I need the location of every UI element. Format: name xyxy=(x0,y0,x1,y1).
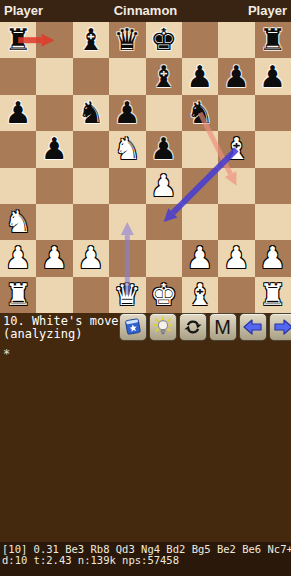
white-knight: ♞ xyxy=(114,131,141,167)
white-pawn: ♟ xyxy=(187,240,214,276)
black-pawn: ♟ xyxy=(114,95,141,131)
square-e5[interactable]: ♟ xyxy=(146,131,182,167)
square-b7[interactable] xyxy=(36,58,72,94)
engine-stats-line: d:10 t:2.43 n:139k nps:57458 xyxy=(2,554,179,566)
black-bishop: ♝ xyxy=(77,22,104,58)
black-player-name: Player xyxy=(248,0,287,22)
white-queen: ♛ xyxy=(114,277,141,313)
square-e1[interactable]: ♚ xyxy=(146,277,182,313)
square-b3[interactable] xyxy=(36,204,72,240)
square-d6[interactable]: ♟ xyxy=(109,95,145,131)
black-pawn: ♟ xyxy=(259,59,286,95)
square-h1[interactable]: ♜ xyxy=(255,277,291,313)
square-c8[interactable]: ♝ xyxy=(73,22,109,58)
square-f2[interactable]: ♟ xyxy=(182,240,218,276)
square-a7[interactable] xyxy=(0,58,36,94)
square-g4[interactable] xyxy=(218,168,254,204)
black-pawn: ♟ xyxy=(5,95,32,131)
black-knight: ♞ xyxy=(187,95,214,131)
square-g8[interactable] xyxy=(218,22,254,58)
white-player-name: Player xyxy=(4,0,43,22)
square-e3[interactable] xyxy=(146,204,182,240)
book-button[interactable] xyxy=(119,313,147,341)
white-pawn: ♟ xyxy=(41,240,68,276)
undo-button[interactable] xyxy=(239,313,267,341)
square-h7[interactable]: ♟ xyxy=(255,58,291,94)
square-c5[interactable] xyxy=(73,131,109,167)
square-f6[interactable]: ♞ xyxy=(182,95,218,131)
square-a2[interactable]: ♟ xyxy=(0,240,36,276)
square-h3[interactable] xyxy=(255,204,291,240)
square-f4[interactable] xyxy=(182,168,218,204)
square-d2[interactable] xyxy=(109,240,145,276)
square-c4[interactable] xyxy=(73,168,109,204)
engine-name: Cinnamon xyxy=(114,0,178,22)
square-d8[interactable]: ♛ xyxy=(109,22,145,58)
lightbulb-icon xyxy=(152,316,174,338)
square-e8[interactable]: ♚ xyxy=(146,22,182,58)
square-d4[interactable] xyxy=(109,168,145,204)
square-b2[interactable]: ♟ xyxy=(36,240,72,276)
square-d7[interactable] xyxy=(109,58,145,94)
square-b1[interactable] xyxy=(36,277,72,313)
square-b4[interactable] xyxy=(36,168,72,204)
square-c2[interactable]: ♟ xyxy=(73,240,109,276)
square-c6[interactable]: ♞ xyxy=(73,95,109,131)
square-g1[interactable] xyxy=(218,277,254,313)
black-pawn: ♟ xyxy=(223,59,250,95)
square-h5[interactable] xyxy=(255,131,291,167)
cycle-arrows-icon xyxy=(182,316,204,338)
square-h4[interactable] xyxy=(255,168,291,204)
white-pawn: ♟ xyxy=(223,240,250,276)
square-f1[interactable]: ♝ xyxy=(182,277,218,313)
white-knight: ♞ xyxy=(5,204,32,240)
white-rook: ♜ xyxy=(5,277,32,313)
black-rook: ♜ xyxy=(259,22,286,58)
chess-app: Player Cinnamon Player ♜♝♛♚♜♝♟♟♟♟♞♟♞♟♞♟♝… xyxy=(0,0,291,576)
square-e6[interactable] xyxy=(146,95,182,131)
redo-button[interactable] xyxy=(269,313,291,341)
black-king: ♚ xyxy=(150,22,177,58)
black-pawn: ♟ xyxy=(41,131,68,167)
refresh-button[interactable] xyxy=(179,313,207,341)
black-bishop: ♝ xyxy=(150,59,177,95)
chess-board[interactable]: ♜♝♛♚♜♝♟♟♟♟♞♟♞♟♞♟♝♟♞♟♟♟♟♟♟♜♛♚♝♜ xyxy=(0,22,291,313)
square-e2[interactable] xyxy=(146,240,182,276)
square-d5[interactable]: ♞ xyxy=(109,131,145,167)
mode-button-label: M xyxy=(214,317,231,337)
square-a6[interactable]: ♟ xyxy=(0,95,36,131)
square-h8[interactable]: ♜ xyxy=(255,22,291,58)
square-g6[interactable] xyxy=(218,95,254,131)
square-a3[interactable]: ♞ xyxy=(0,204,36,240)
white-king: ♚ xyxy=(150,277,177,313)
white-bishop: ♝ xyxy=(187,277,214,313)
black-pawn: ♟ xyxy=(187,59,214,95)
square-g7[interactable]: ♟ xyxy=(218,58,254,94)
board-area: ♜♝♛♚♜♝♟♟♟♟♞♟♞♟♞♟♝♟♞♟♟♟♟♟♟♜♛♚♝♜ xyxy=(0,22,291,313)
white-rook: ♜ xyxy=(259,277,286,313)
left-arrow-icon xyxy=(241,316,265,338)
square-f7[interactable]: ♟ xyxy=(182,58,218,94)
square-g5[interactable]: ♝ xyxy=(218,131,254,167)
white-pawn: ♟ xyxy=(5,240,32,276)
square-h6[interactable] xyxy=(255,95,291,131)
mode-button[interactable]: M xyxy=(209,313,237,341)
engine-output[interactable]: [10] 0.31 Be3 Rb8 Qd3 Ng4 Bd2 Bg5 Be2 Be… xyxy=(0,542,291,576)
black-knight: ♞ xyxy=(77,95,104,131)
square-b5[interactable]: ♟ xyxy=(36,131,72,167)
square-d1[interactable]: ♛ xyxy=(109,277,145,313)
right-arrow-icon xyxy=(271,316,291,338)
toolbar: M xyxy=(119,313,291,341)
game-status-text: 10. White's move(analyzing) xyxy=(0,313,119,341)
square-f3[interactable] xyxy=(182,204,218,240)
square-a4[interactable] xyxy=(0,168,36,204)
move-list-text[interactable]: * xyxy=(3,347,10,361)
square-c1[interactable] xyxy=(73,277,109,313)
square-g3[interactable] xyxy=(218,204,254,240)
square-e7[interactable]: ♝ xyxy=(146,58,182,94)
square-c3[interactable] xyxy=(73,204,109,240)
white-pawn: ♟ xyxy=(77,240,104,276)
square-g2[interactable]: ♟ xyxy=(218,240,254,276)
square-a5[interactable] xyxy=(0,131,36,167)
square-h2[interactable]: ♟ xyxy=(255,240,291,276)
white-pawn: ♟ xyxy=(259,240,286,276)
black-pawn: ♟ xyxy=(150,131,177,167)
square-d3[interactable] xyxy=(109,204,145,240)
square-a8[interactable]: ♜ xyxy=(0,22,36,58)
black-rook: ♜ xyxy=(5,22,32,58)
square-c7[interactable] xyxy=(73,58,109,94)
move-list[interactable]: * xyxy=(0,343,291,542)
square-f5[interactable] xyxy=(182,131,218,167)
square-f8[interactable] xyxy=(182,22,218,58)
square-b8[interactable] xyxy=(36,22,72,58)
status-row: 10. White's move(analyzing) xyxy=(0,313,291,343)
square-b6[interactable] xyxy=(36,95,72,131)
square-e4[interactable]: ♟ xyxy=(146,168,182,204)
white-pawn: ♟ xyxy=(150,168,177,204)
white-bishop: ♝ xyxy=(223,131,250,167)
analysis-button[interactable] xyxy=(149,313,177,341)
open-book-icon xyxy=(122,316,144,338)
square-a1[interactable]: ♜ xyxy=(0,277,36,313)
black-queen: ♛ xyxy=(114,22,141,58)
title-bar: Player Cinnamon Player xyxy=(0,0,291,22)
